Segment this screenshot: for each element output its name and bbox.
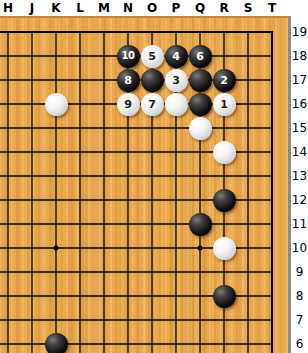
col-label-K: K [44,0,68,16]
row-label-16: 16 [291,96,308,112]
go-board-diagram: HJKLMNOPQRST 191817161514131211109876 10… [0,0,308,353]
stone-white-R14 [213,141,236,164]
stone-black-Q17 [189,69,212,92]
row-label-15: 15 [291,120,308,136]
stone-white-K16 [45,93,68,116]
move-number-7: 7 [148,99,156,110]
row-label-18: 18 [291,48,308,64]
move-number-10: 10 [122,51,135,61]
stone-white-P17: 3 [165,69,188,92]
col-label-O: O [140,0,164,16]
col-label-J: J [20,0,44,16]
move-number-1: 1 [220,99,228,110]
stone-white-Q15 [189,117,212,140]
row-label-10: 10 [291,240,308,256]
stone-black-Q18: 6 [189,45,212,68]
stone-black-Q11 [189,213,212,236]
row-label-14: 14 [291,144,308,160]
stone-black-R17: 2 [213,69,236,92]
stone-white-R16: 1 [213,93,236,116]
col-label-Q: Q [188,0,212,16]
board-edge-shadow [288,16,291,353]
move-number-3: 3 [172,75,180,86]
board-grid: 10546832971 [0,20,284,353]
stone-black-O17 [141,69,164,92]
move-number-9: 9 [124,99,132,110]
stone-black-N17: 8 [117,69,140,92]
board-surface[interactable]: 10546832971 [0,16,288,353]
stone-white-N16: 9 [117,93,140,116]
stone-black-R12 [213,189,236,212]
col-label-H: H [0,0,20,16]
move-number-6: 6 [196,51,204,62]
col-label-R: R [212,0,236,16]
row-label-7: 7 [291,312,308,328]
move-number-8: 8 [124,75,132,86]
stone-white-R10 [213,237,236,260]
move-number-5: 5 [148,51,156,62]
col-label-T: T [260,0,284,16]
stone-white-P16 [165,93,188,116]
row-label-8: 8 [291,288,308,304]
row-label-13: 13 [291,168,308,184]
stone-white-O18: 5 [141,45,164,68]
col-label-M: M [92,0,116,16]
col-label-S: S [236,0,260,16]
move-number-4: 4 [172,51,180,62]
move-number-2: 2 [220,75,228,86]
row-label-12: 12 [291,192,308,208]
row-label-6: 6 [291,336,308,352]
row-label-11: 11 [291,216,308,232]
stone-black-N18: 10 [117,45,140,68]
stone-black-K6 [45,333,68,353]
stone-black-Q16 [189,93,212,116]
col-label-P: P [164,0,188,16]
col-label-N: N [116,0,140,16]
row-label-17: 17 [291,72,308,88]
row-label-9: 9 [291,264,308,280]
row-label-19: 19 [291,24,308,40]
stone-black-P18: 4 [165,45,188,68]
col-label-L: L [68,0,92,16]
stone-white-O16: 7 [141,93,164,116]
stone-black-R8 [213,285,236,308]
